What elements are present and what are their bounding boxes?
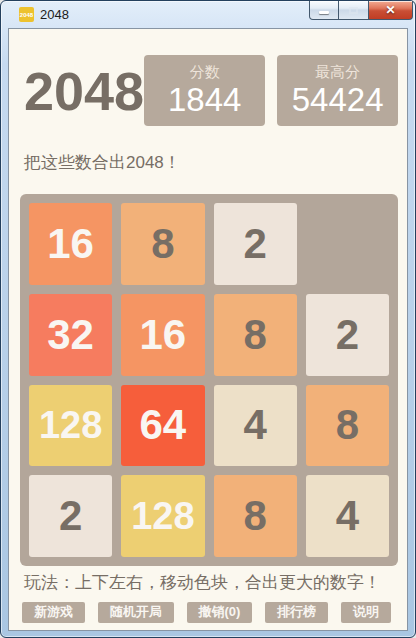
new-game-button[interactable]: 新游戏 bbox=[22, 602, 85, 623]
window-controls: ✕ bbox=[309, 1, 413, 20]
app-icon: 2048 bbox=[19, 7, 34, 22]
header: 2048 分数 1844 最高分 54424 bbox=[24, 55, 392, 126]
random-start-button[interactable]: 随机开局 bbox=[98, 602, 174, 623]
tile-2: 2 bbox=[306, 294, 389, 376]
howto-text: 玩法：上下左右，移动色块，合出更大的数字！ bbox=[24, 572, 392, 594]
close-button[interactable]: ✕ bbox=[368, 1, 413, 20]
tile-16: 16 bbox=[29, 203, 112, 285]
undo-button[interactable]: 撤销(0) bbox=[187, 602, 253, 623]
best-score-box: 最高分 54424 bbox=[277, 55, 398, 126]
window-title: 2048 bbox=[40, 7, 69, 22]
board: 16823216821286448212884 bbox=[20, 194, 398, 566]
empty-cell bbox=[306, 203, 389, 285]
toolbar: 新游戏 随机开局 撤销(0) 排行榜 说明 bbox=[22, 602, 391, 623]
score-label: 分数 bbox=[190, 62, 220, 81]
window: 2048 2048 ✕ 2048 分数 1844 最高分 54424 bbox=[0, 0, 416, 638]
maximize-button[interactable] bbox=[339, 1, 368, 20]
tile-2: 2 bbox=[29, 475, 112, 557]
leaderboard-button[interactable]: 排行榜 bbox=[265, 602, 328, 623]
best-score-value: 54424 bbox=[292, 81, 384, 119]
tile-2: 2 bbox=[214, 203, 297, 285]
close-icon: ✕ bbox=[385, 4, 395, 16]
tile-64: 64 bbox=[121, 385, 204, 467]
score-panel: 分数 1844 最高分 54424 bbox=[144, 55, 398, 126]
tile-128: 128 bbox=[29, 385, 112, 467]
best-score-label: 最高分 bbox=[315, 62, 360, 81]
tile-8: 8 bbox=[214, 475, 297, 557]
page-title: 2048 bbox=[24, 59, 144, 123]
tile-8: 8 bbox=[121, 203, 204, 285]
tile-8: 8 bbox=[214, 294, 297, 376]
score-value: 1844 bbox=[168, 81, 241, 119]
help-button[interactable]: 说明 bbox=[341, 602, 391, 623]
score-box: 分数 1844 bbox=[144, 55, 265, 126]
maximize-icon bbox=[349, 7, 358, 14]
minimize-button[interactable] bbox=[309, 1, 339, 20]
tile-4: 4 bbox=[214, 385, 297, 467]
tile-8: 8 bbox=[306, 385, 389, 467]
client-area: 2048 分数 1844 最高分 54424 把这些数合出2048！ 16823… bbox=[8, 28, 408, 631]
minimize-icon bbox=[319, 11, 329, 14]
tile-32: 32 bbox=[29, 294, 112, 376]
goal-text: 把这些数合出2048！ bbox=[24, 152, 392, 174]
tile-4: 4 bbox=[306, 475, 389, 557]
tile-16: 16 bbox=[121, 294, 204, 376]
tile-128: 128 bbox=[121, 475, 204, 557]
